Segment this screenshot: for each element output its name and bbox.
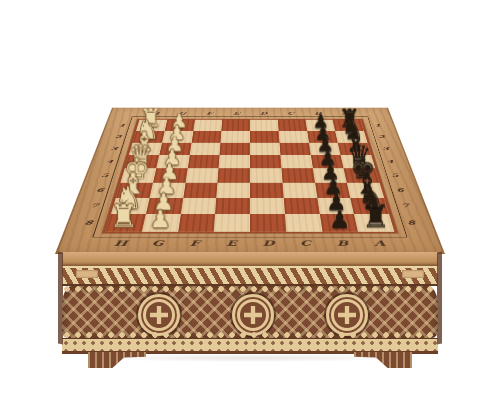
- square-d3: [250, 143, 280, 155]
- square-e1: [222, 120, 250, 131]
- square-d5: [250, 168, 282, 182]
- coordinate-label: F: [195, 112, 223, 116]
- square-a8: ♜: [354, 214, 394, 232]
- coordinate-label: E: [213, 239, 250, 247]
- square-d2: [250, 131, 279, 143]
- rosette-ornament-right: [326, 294, 368, 336]
- coordinate-label: D: [250, 112, 277, 116]
- rope-carving-band: [62, 266, 438, 286]
- coordinate-label: 7: [84, 198, 104, 214]
- coordinate-label: 8: [78, 214, 99, 232]
- square-c7: [284, 198, 320, 214]
- square-e7: [215, 198, 250, 214]
- square-f8: [178, 214, 215, 232]
- coordinate-label: E: [223, 112, 250, 116]
- square-c1: [278, 120, 307, 131]
- coordinate-label: 8: [401, 214, 422, 232]
- board-grid: ♜♟♟♜♞♟♟♞♝♟♟♝♛♟♟♛♚♟♟♚♝♟♟♝♞♟♟♞♜♟♟♜: [106, 120, 395, 232]
- coordinate-label: D: [250, 239, 287, 247]
- coordinate-label: G: [138, 239, 176, 247]
- coordinate-label: 6: [391, 183, 410, 198]
- lid-front-edge: [62, 252, 438, 266]
- square-f5: [185, 168, 218, 182]
- hinge-left: [76, 270, 98, 278]
- square-h8: ♜: [106, 214, 146, 232]
- hinge-right: [402, 270, 424, 278]
- square-e3: [220, 143, 250, 155]
- square-f2: [191, 131, 221, 143]
- coordinate-label: F: [176, 239, 214, 247]
- coordinate-label: 2: [374, 131, 390, 143]
- square-e5: [218, 168, 250, 182]
- coords-near-edge: HGFEDCBA: [101, 239, 399, 247]
- square-e6: [216, 183, 250, 198]
- coordinate-label: C: [277, 112, 305, 116]
- coordinate-label: 3: [377, 143, 394, 155]
- square-g8: ♟: [142, 214, 181, 232]
- piece-black-pawn: ♟: [329, 207, 350, 231]
- square-c6: [282, 183, 317, 198]
- coordinate-label: B: [323, 239, 361, 247]
- square-f7: [181, 198, 217, 214]
- coordinate-label: 5: [96, 168, 114, 182]
- carved-front-panel: [62, 286, 438, 338]
- square-d7: [250, 198, 285, 214]
- piece-white-rook: ♜: [110, 200, 138, 231]
- square-f4: [187, 155, 219, 168]
- square-f1: [193, 120, 222, 131]
- square-f3: [189, 143, 220, 155]
- coordinate-label: 5: [386, 168, 404, 182]
- rosette-ornament-center: [232, 294, 274, 336]
- coordinate-label: C: [287, 239, 325, 247]
- rosette-ornament-left: [138, 294, 180, 336]
- square-e4: [219, 155, 250, 168]
- coordinate-label: H: [101, 239, 140, 247]
- square-e2: [221, 131, 250, 143]
- coordinate-label: 4: [101, 155, 119, 168]
- square-c4: [280, 155, 312, 168]
- square-c3: [279, 143, 310, 155]
- coordinate-label: 6: [90, 183, 109, 198]
- board-lid: HGFEDCBA HGFEDCBA 12345678 12345678 ♜♟♟♜…: [55, 108, 445, 254]
- square-e8: [214, 214, 250, 232]
- square-d6: [250, 183, 284, 198]
- box-front: [62, 252, 438, 369]
- base-molding: [62, 338, 438, 354]
- square-d8: [250, 214, 286, 232]
- playing-field: ♜♟♟♜♞♟♟♞♝♟♟♝♛♟♟♛♚♟♟♚♝♟♟♝♞♟♟♞♜♟♟♜: [102, 119, 397, 233]
- square-d1: [250, 120, 278, 131]
- coordinate-label: 1: [114, 120, 130, 131]
- square-c8: [285, 214, 322, 232]
- square-d4: [250, 155, 281, 168]
- coordinate-label: 7: [396, 198, 416, 214]
- floor-shadow: [90, 354, 410, 362]
- coordinate-label: 3: [106, 143, 123, 155]
- square-c2: [278, 131, 308, 143]
- coordinate-label: 4: [382, 155, 400, 168]
- piece-white-pawn: ♟: [149, 207, 170, 231]
- square-c5: [281, 168, 314, 182]
- chess-set-photo: HGFEDCBA HGFEDCBA 12345678 12345678 ♜♟♟♜…: [0, 0, 500, 403]
- square-b8: ♟: [319, 214, 358, 232]
- piece-black-rook: ♜: [362, 200, 390, 231]
- coordinate-label: 1: [370, 120, 386, 131]
- coordinate-label: 2: [110, 131, 126, 143]
- square-f6: [183, 183, 218, 198]
- coordinate-label: A: [360, 239, 399, 247]
